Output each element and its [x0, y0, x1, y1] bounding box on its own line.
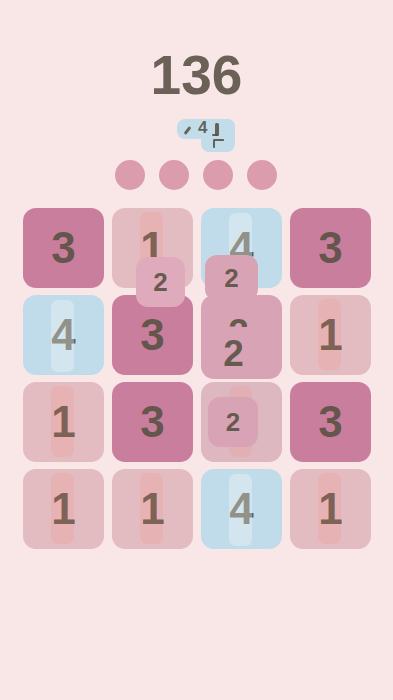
spawning-tile-3: 2	[208, 397, 258, 447]
tile-r2c1[interactable]: 3	[112, 382, 193, 462]
tile-r3c2[interactable]: 4	[201, 469, 282, 549]
game-screen: 136 4 3143432211331141222	[0, 0, 393, 700]
tile-digit: 3	[140, 400, 164, 444]
tile-r3c1[interactable]: 1	[112, 469, 193, 549]
tile-r2c0[interactable]: 1	[23, 382, 104, 462]
merge-front-digit: 2	[193, 335, 274, 372]
spawning-tile-digit: 2	[153, 269, 167, 295]
tile-digit: 3	[140, 313, 164, 357]
tile-digit: 3	[51, 226, 75, 270]
tile-r3c0[interactable]: 1	[23, 469, 104, 549]
tile-digit: 3	[318, 400, 342, 444]
tile-r0c3[interactable]: 3	[290, 208, 371, 288]
tile-digit: 4	[51, 313, 75, 357]
tile-r0c0[interactable]: 3	[23, 208, 104, 288]
tile-digit: 1	[51, 400, 75, 444]
tile-digit: 1	[140, 487, 164, 531]
tile-r1c3[interactable]: 1	[290, 295, 371, 375]
board[interactable]: 3143432211331141222	[0, 0, 393, 700]
tile-r3c3[interactable]: 1	[290, 469, 371, 549]
tile-r1c0[interactable]: 4	[23, 295, 104, 375]
spawning-tile-1: 2	[136, 257, 185, 307]
tile-r1c1[interactable]: 3	[112, 295, 193, 375]
spawning-tile-digit: 2	[226, 409, 240, 435]
tile-digit: 1	[51, 487, 75, 531]
merge-back-digit: 2	[201, 314, 279, 327]
tile-digit: 3	[318, 226, 342, 270]
tile-r1c2[interactable]: 22	[201, 295, 282, 379]
spawning-tile-digit: 2	[224, 265, 238, 291]
tile-digit: 4	[229, 487, 253, 531]
tile-r2c3[interactable]: 3	[290, 382, 371, 462]
spawning-tile-2: 2	[205, 255, 258, 301]
tile-digit: 1	[318, 313, 342, 357]
tile-digit: 1	[318, 487, 342, 531]
